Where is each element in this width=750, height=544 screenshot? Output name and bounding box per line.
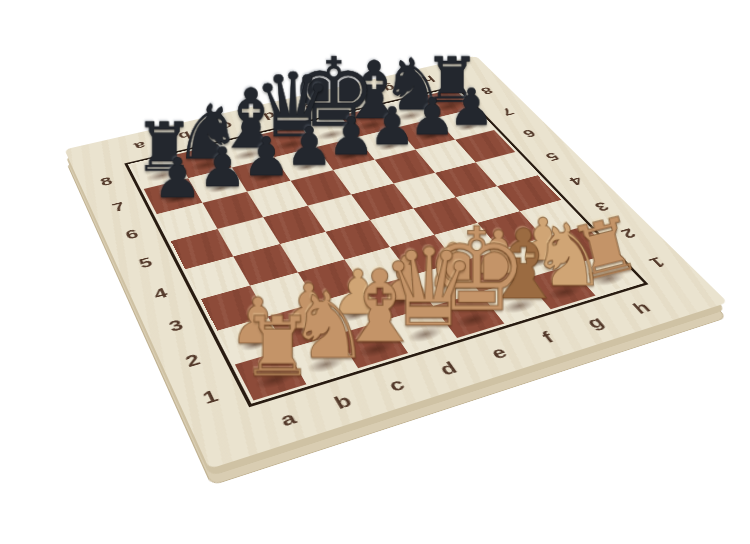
piece-shadow <box>348 115 395 135</box>
square-e7: ♟ <box>316 137 375 170</box>
square-c7: ♟ <box>232 157 291 191</box>
file-label-top-e: e <box>282 91 340 123</box>
square-h8: ♜ <box>417 89 474 118</box>
piece-shadow <box>371 139 406 154</box>
file-label-top-f: f <box>322 82 380 113</box>
piece-shadow <box>245 169 282 186</box>
black-pawn-f7: ♟ <box>369 101 416 150</box>
piece-shadow <box>330 149 366 165</box>
piece-shadow <box>156 191 193 208</box>
black-pawn-b7: ♟ <box>198 141 247 193</box>
square-d8: ♛ <box>259 125 316 157</box>
square-f6 <box>375 150 435 184</box>
square-a1: ♜ <box>235 349 307 400</box>
piece-shadow <box>137 165 186 187</box>
rank-label-right-4: 4 <box>542 163 610 200</box>
square-d7: ♟ <box>275 147 334 181</box>
black-rook-a8: ♜ <box>134 116 194 180</box>
black-king-e8: ♚ <box>291 48 376 138</box>
piece-shadow <box>411 129 446 144</box>
black-pawn-h7: ♟ <box>449 83 495 131</box>
piece-shadow <box>450 120 485 135</box>
black-queen-d8: ♛ <box>253 64 333 148</box>
square-g8: ♞ <box>379 98 436 128</box>
square-a7: ♟ <box>144 178 203 214</box>
rank-label-right-7: 7 <box>477 96 539 127</box>
piece-shadow <box>201 180 238 197</box>
file-label-top-a: a <box>112 129 170 164</box>
piece-shadow <box>266 134 314 155</box>
square-a8: ♜ <box>131 155 188 189</box>
square-c8: ♝ <box>218 135 275 168</box>
square-f8: ♝ <box>340 107 397 138</box>
black-knight-b8: ♞ <box>174 97 242 169</box>
piece-shadow <box>387 106 433 125</box>
square-c6 <box>247 181 308 217</box>
square-d6 <box>291 170 351 205</box>
square-g7: ♟ <box>397 118 455 149</box>
chess-board: abcdefgh 87654321 87654321 abcdefgh ♜♞♝♛… <box>64 56 727 469</box>
piece-shadow <box>308 125 355 145</box>
perspective-scene: abcdefgh 87654321 87654321 abcdefgh ♜♞♝♛… <box>0 0 750 544</box>
black-pawn-g7: ♟ <box>409 92 455 141</box>
square-f7: ♟ <box>357 128 415 160</box>
rank-label-left-8: 8 <box>76 163 137 200</box>
file-label-top-b: b <box>156 119 214 153</box>
black-rook-h8: ♜ <box>424 51 480 110</box>
rank-label-right-8: 8 <box>457 76 517 106</box>
piece-shadow <box>224 144 272 165</box>
file-labels-top: abcdefgh <box>112 65 457 164</box>
rank-labels-left: 87654321 <box>76 163 249 425</box>
square-h6 <box>455 130 515 162</box>
square-b7: ♟ <box>188 168 247 203</box>
black-knight-g8: ♞ <box>381 51 445 119</box>
square-b8: ♞ <box>175 145 232 178</box>
square-g5 <box>435 162 497 197</box>
chess-set-product-photo: abcdefgh 87654321 87654321 abcdefgh ♜♞♝♛… <box>0 0 750 544</box>
square-e5 <box>351 183 413 220</box>
piece-shadow <box>181 154 230 176</box>
square-a6 <box>157 203 218 241</box>
square-g6 <box>415 140 475 173</box>
black-bishop-f8: ♝ <box>338 53 409 129</box>
square-e6 <box>333 160 393 195</box>
file-label-top-h: h <box>400 65 457 95</box>
square-e8: ♚ <box>300 116 357 147</box>
square-h7: ♟ <box>436 109 494 140</box>
file-label-top-c: c <box>199 109 257 142</box>
black-pawn-c7: ♟ <box>242 131 290 182</box>
black-pawn-e7: ♟ <box>328 111 375 161</box>
file-label-top-d: d <box>241 100 299 132</box>
black-bishop-c8: ♝ <box>214 80 288 158</box>
piece-shadow <box>288 159 324 175</box>
square-h5 <box>476 152 538 186</box>
black-pawn-d7: ♟ <box>285 121 333 172</box>
piece-shadow <box>426 97 472 116</box>
rank-label-right-5: 5 <box>519 139 585 174</box>
white-rook-a1: ♜ <box>240 308 314 386</box>
square-c5 <box>263 206 325 244</box>
file-label-top-g: g <box>361 73 418 103</box>
rank-label-right-6: 6 <box>498 117 562 150</box>
black-pawn-a7: ♟ <box>153 152 202 204</box>
